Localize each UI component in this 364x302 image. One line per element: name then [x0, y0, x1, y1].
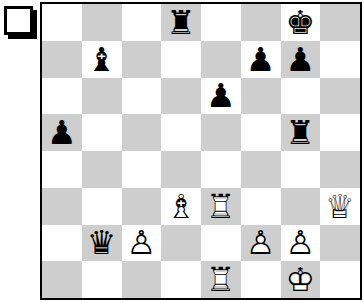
piece-glyph: ♟: [241, 41, 281, 78]
square-c5[interactable]: [122, 114, 162, 151]
piece-glyph: ♟: [42, 114, 82, 151]
square-g1[interactable]: ♚♔: [281, 261, 321, 298]
square-h4[interactable]: [320, 151, 360, 188]
square-a7[interactable]: [42, 41, 82, 78]
square-b7[interactable]: ♝: [82, 41, 122, 78]
black-bishop-b7[interactable]: ♝: [82, 41, 122, 78]
square-f5[interactable]: [241, 114, 281, 151]
square-h7[interactable]: [320, 41, 360, 78]
white-rook-e1[interactable]: ♜♖: [201, 261, 241, 298]
square-g8[interactable]: ♚: [281, 4, 321, 41]
square-e1[interactable]: ♜♖: [201, 261, 241, 298]
piece-glyph: ♜: [161, 4, 201, 41]
chess-diagram: ♜♚♝♟♟♟♟♜♝♗♜♖♛♕♛♟♙♟♙♟♙♜♖♚♔: [0, 0, 364, 302]
square-d5[interactable]: [161, 114, 201, 151]
square-d2[interactable]: [161, 225, 201, 262]
white-queen-h3[interactable]: ♛♕: [320, 188, 360, 225]
square-d7[interactable]: [161, 41, 201, 78]
black-king-g8[interactable]: ♚: [281, 4, 321, 41]
square-f7[interactable]: ♟: [241, 41, 281, 78]
square-g3[interactable]: [281, 188, 321, 225]
square-f1[interactable]: [241, 261, 281, 298]
black-rook-g5[interactable]: ♜: [281, 114, 321, 151]
square-d4[interactable]: [161, 151, 201, 188]
piece-glyph: ♚: [281, 4, 321, 41]
white-bishop-d3[interactable]: ♝♗: [161, 188, 201, 225]
square-b1[interactable]: [82, 261, 122, 298]
square-d1[interactable]: [161, 261, 201, 298]
square-a2[interactable]: [42, 225, 82, 262]
square-b4[interactable]: [82, 151, 122, 188]
square-b8[interactable]: [82, 4, 122, 41]
square-b5[interactable]: [82, 114, 122, 151]
square-e2[interactable]: [201, 225, 241, 262]
piece-glyph: ♙: [122, 225, 162, 262]
square-g2[interactable]: ♟♙: [281, 225, 321, 262]
square-d8[interactable]: ♜: [161, 4, 201, 41]
black-pawn-g7[interactable]: ♟: [281, 41, 321, 78]
piece-glyph: ♟: [201, 78, 241, 115]
square-f6[interactable]: [241, 78, 281, 115]
square-e6[interactable]: ♟: [201, 78, 241, 115]
square-a8[interactable]: [42, 4, 82, 41]
piece-glyph: ♔: [281, 261, 321, 298]
square-e7[interactable]: [201, 41, 241, 78]
black-rook-d8[interactable]: ♜: [161, 4, 201, 41]
square-a6[interactable]: [42, 78, 82, 115]
black-pawn-a5[interactable]: ♟: [42, 114, 82, 151]
square-c6[interactable]: [122, 78, 162, 115]
piece-glyph: ♖: [201, 261, 241, 298]
square-a5[interactable]: ♟: [42, 114, 82, 151]
square-f2[interactable]: ♟♙: [241, 225, 281, 262]
square-e8[interactable]: [201, 4, 241, 41]
square-a1[interactable]: [42, 261, 82, 298]
square-e5[interactable]: [201, 114, 241, 151]
piece-glyph: ♛: [82, 225, 122, 262]
piece-glyph: ♟: [281, 41, 321, 78]
square-c8[interactable]: [122, 4, 162, 41]
square-g6[interactable]: [281, 78, 321, 115]
square-h2[interactable]: [320, 225, 360, 262]
white-to-move-indicator: [4, 6, 33, 35]
square-h6[interactable]: [320, 78, 360, 115]
square-b3[interactable]: [82, 188, 122, 225]
piece-glyph: ♗: [161, 188, 201, 225]
square-h5[interactable]: [320, 114, 360, 151]
piece-glyph: ♕: [320, 188, 360, 225]
square-c4[interactable]: [122, 151, 162, 188]
piece-glyph: ♖: [201, 188, 241, 225]
square-f8[interactable]: [241, 4, 281, 41]
square-f4[interactable]: [241, 151, 281, 188]
square-a4[interactable]: [42, 151, 82, 188]
square-h1[interactable]: [320, 261, 360, 298]
piece-glyph: ♝: [82, 41, 122, 78]
white-pawn-c2[interactable]: ♟♙: [122, 225, 162, 262]
square-c3[interactable]: [122, 188, 162, 225]
black-pawn-f7[interactable]: ♟: [241, 41, 281, 78]
square-g5[interactable]: ♜: [281, 114, 321, 151]
square-c1[interactable]: [122, 261, 162, 298]
white-king-g1[interactable]: ♚♔: [281, 261, 321, 298]
white-pawn-g2[interactable]: ♟♙: [281, 225, 321, 262]
square-h3[interactable]: ♛♕: [320, 188, 360, 225]
black-queen-b2[interactable]: ♛: [82, 225, 122, 262]
square-g7[interactable]: ♟: [281, 41, 321, 78]
white-pawn-f2[interactable]: ♟♙: [241, 225, 281, 262]
piece-glyph: ♜: [281, 114, 321, 151]
black-pawn-e6[interactable]: ♟: [201, 78, 241, 115]
white-rook-e3[interactable]: ♜♖: [201, 188, 241, 225]
square-e4[interactable]: [201, 151, 241, 188]
piece-glyph: ♙: [281, 225, 321, 262]
square-c7[interactable]: [122, 41, 162, 78]
square-f3[interactable]: [241, 188, 281, 225]
square-a3[interactable]: [42, 188, 82, 225]
square-h8[interactable]: [320, 4, 360, 41]
square-e3[interactable]: ♜♖: [201, 188, 241, 225]
square-d3[interactable]: ♝♗: [161, 188, 201, 225]
piece-glyph: ♙: [241, 225, 281, 262]
square-b6[interactable]: [82, 78, 122, 115]
square-b2[interactable]: ♛: [82, 225, 122, 262]
square-c2[interactable]: ♟♙: [122, 225, 162, 262]
square-d6[interactable]: [161, 78, 201, 115]
chess-board: ♜♚♝♟♟♟♟♜♝♗♜♖♛♕♛♟♙♟♙♟♙♜♖♚♔: [40, 2, 362, 300]
square-g4[interactable]: [281, 151, 321, 188]
